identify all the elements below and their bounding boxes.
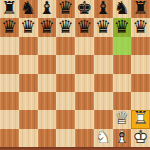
square-c1[interactable] bbox=[38, 129, 57, 147]
piece-black-queen[interactable]: ♛ bbox=[113, 18, 132, 36]
square-f6[interactable] bbox=[94, 37, 113, 55]
square-f2[interactable] bbox=[94, 110, 113, 128]
piece-black-queen[interactable]: ♛ bbox=[38, 18, 57, 36]
piece-black-knight[interactable]: ♞ bbox=[19, 0, 38, 18]
square-a5[interactable] bbox=[0, 55, 19, 73]
piece-white-knight[interactable]: ♞♘ bbox=[94, 129, 113, 147]
piece-black-queen[interactable]: ♛ bbox=[56, 0, 75, 18]
chess-board: ♜♞♝♛♚♝♞♜♛♛♛♛♛♛♛♛♛♕♜♖♞♘♝♗♚♔ bbox=[0, 0, 150, 147]
square-c8[interactable]: ♝ bbox=[38, 0, 57, 18]
square-b4[interactable] bbox=[19, 74, 38, 92]
square-c2[interactable] bbox=[38, 110, 57, 128]
square-b3[interactable] bbox=[19, 92, 38, 110]
square-g2[interactable]: ♛♕ bbox=[113, 110, 132, 128]
square-e2[interactable] bbox=[75, 110, 94, 128]
square-g1[interactable]: ♝♗ bbox=[113, 129, 132, 147]
piece-black-rook[interactable]: ♜ bbox=[0, 0, 19, 18]
square-c6[interactable] bbox=[38, 37, 57, 55]
piece-black-bishop[interactable]: ♝ bbox=[94, 0, 113, 18]
square-h2[interactable]: ♜♖ bbox=[131, 110, 150, 128]
piece-black-queen[interactable]: ♛ bbox=[75, 18, 94, 36]
piece-black-bishop[interactable]: ♝ bbox=[38, 0, 57, 18]
square-g3[interactable] bbox=[113, 92, 132, 110]
square-f8[interactable]: ♝ bbox=[94, 0, 113, 18]
square-h3[interactable] bbox=[131, 92, 150, 110]
square-b1[interactable] bbox=[19, 129, 38, 147]
square-d3[interactable] bbox=[56, 92, 75, 110]
square-b2[interactable] bbox=[19, 110, 38, 128]
square-f7[interactable]: ♛ bbox=[94, 18, 113, 36]
square-g8[interactable]: ♞ bbox=[113, 0, 132, 18]
piece-black-queen[interactable]: ♛ bbox=[131, 18, 150, 36]
square-d1[interactable] bbox=[56, 129, 75, 147]
square-g7[interactable]: ♛ bbox=[113, 18, 132, 36]
square-e7[interactable]: ♛ bbox=[75, 18, 94, 36]
square-b8[interactable]: ♞ bbox=[19, 0, 38, 18]
chess-app-screen: ♜♞♝♛♚♝♞♜♛♛♛♛♛♛♛♛♛♕♜♖♞♘♝♗♚♔ bbox=[0, 0, 150, 150]
piece-black-queen[interactable]: ♛ bbox=[94, 18, 113, 36]
square-a8[interactable]: ♜ bbox=[0, 0, 19, 18]
square-g6[interactable] bbox=[113, 37, 132, 55]
square-a6[interactable] bbox=[0, 37, 19, 55]
board-edge bbox=[0, 147, 150, 150]
square-e1[interactable] bbox=[75, 129, 94, 147]
piece-black-rook[interactable]: ♜ bbox=[131, 0, 150, 18]
square-c4[interactable] bbox=[38, 74, 57, 92]
square-c5[interactable] bbox=[38, 55, 57, 73]
square-a2[interactable] bbox=[0, 110, 19, 128]
square-f1[interactable]: ♞♘ bbox=[94, 129, 113, 147]
square-a4[interactable] bbox=[0, 74, 19, 92]
square-e3[interactable] bbox=[75, 92, 94, 110]
square-d2[interactable] bbox=[56, 110, 75, 128]
piece-black-knight[interactable]: ♞ bbox=[113, 0, 132, 18]
square-c7[interactable]: ♛ bbox=[38, 18, 57, 36]
square-g4[interactable] bbox=[113, 74, 132, 92]
square-a7[interactable]: ♛ bbox=[0, 18, 19, 36]
square-f4[interactable] bbox=[94, 74, 113, 92]
piece-white-rook[interactable]: ♜♖ bbox=[131, 110, 150, 128]
square-b7[interactable]: ♛ bbox=[19, 18, 38, 36]
piece-black-king[interactable]: ♚ bbox=[75, 0, 94, 18]
square-h7[interactable]: ♛ bbox=[131, 18, 150, 36]
piece-white-bishop[interactable]: ♝♗ bbox=[113, 129, 132, 147]
square-e4[interactable] bbox=[75, 74, 94, 92]
square-d5[interactable] bbox=[56, 55, 75, 73]
square-h5[interactable] bbox=[131, 55, 150, 73]
square-d8[interactable]: ♛ bbox=[56, 0, 75, 18]
square-e8[interactable]: ♚ bbox=[75, 0, 94, 18]
square-d7[interactable]: ♛ bbox=[56, 18, 75, 36]
square-a1[interactable] bbox=[0, 129, 19, 147]
square-b5[interactable] bbox=[19, 55, 38, 73]
piece-white-queen[interactable]: ♛♕ bbox=[113, 110, 132, 128]
square-d6[interactable] bbox=[56, 37, 75, 55]
square-e6[interactable] bbox=[75, 37, 94, 55]
square-e5[interactable] bbox=[75, 55, 94, 73]
piece-black-queen[interactable]: ♛ bbox=[0, 18, 19, 36]
square-h1[interactable]: ♚♔ bbox=[131, 129, 150, 147]
square-h6[interactable] bbox=[131, 37, 150, 55]
square-b6[interactable] bbox=[19, 37, 38, 55]
square-g5[interactable] bbox=[113, 55, 132, 73]
piece-black-queen[interactable]: ♛ bbox=[19, 18, 38, 36]
square-c3[interactable] bbox=[38, 92, 57, 110]
square-f5[interactable] bbox=[94, 55, 113, 73]
square-d4[interactable] bbox=[56, 74, 75, 92]
piece-white-king[interactable]: ♚♔ bbox=[131, 129, 150, 147]
square-h8[interactable]: ♜ bbox=[131, 0, 150, 18]
square-h4[interactable] bbox=[131, 74, 150, 92]
square-f3[interactable] bbox=[94, 92, 113, 110]
square-a3[interactable] bbox=[0, 92, 19, 110]
piece-black-queen[interactable]: ♛ bbox=[56, 18, 75, 36]
